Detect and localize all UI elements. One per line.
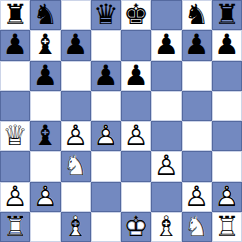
square-c5[interactable]	[61, 91, 91, 121]
white-piece-outline: ♙	[61, 121, 91, 151]
square-d5[interactable]	[91, 91, 121, 121]
white-piece-outline: ♘	[182, 212, 212, 242]
square-c6[interactable]	[61, 61, 91, 91]
square-c1[interactable]: ♝♗	[61, 212, 91, 242]
square-b1[interactable]	[30, 212, 60, 242]
square-b3[interactable]	[30, 151, 60, 181]
square-e6[interactable]: ♟	[121, 61, 151, 91]
piece-black-pawn: ♟	[61, 30, 91, 60]
piece-black-rook: ♜	[0, 0, 30, 30]
piece-black-pawn: ♟	[30, 61, 60, 91]
square-d1[interactable]	[91, 212, 121, 242]
square-e5[interactable]	[121, 91, 151, 121]
square-g6[interactable]	[182, 61, 212, 91]
square-d8[interactable]: ♛	[91, 0, 121, 30]
white-piece-outline: ♗	[61, 212, 91, 242]
piece-black-pawn: ♟	[121, 61, 151, 91]
white-piece-outline: ♖	[212, 212, 242, 242]
square-h2[interactable]: ♟♙	[212, 182, 242, 212]
white-piece-outline: ♕	[0, 121, 30, 151]
square-a2[interactable]: ♟♙	[0, 182, 30, 212]
square-d7[interactable]	[91, 30, 121, 60]
piece-white-pawn: ♟♙	[91, 121, 121, 151]
piece-black-king: ♚	[121, 0, 151, 30]
square-c4[interactable]: ♟♙	[61, 121, 91, 151]
piece-white-queen: ♛♕	[0, 121, 30, 151]
square-b8[interactable]: ♞	[30, 0, 60, 30]
square-d2[interactable]	[91, 182, 121, 212]
piece-black-knight: ♞	[182, 0, 212, 30]
square-c2[interactable]	[61, 182, 91, 212]
black-piece-glyph: ♟	[121, 61, 151, 91]
piece-white-knight: ♞♘	[182, 212, 212, 242]
square-b7[interactable]: ♝	[30, 30, 60, 60]
square-c8[interactable]	[61, 0, 91, 30]
square-g8[interactable]: ♞	[182, 0, 212, 30]
square-a4[interactable]: ♛♕	[0, 121, 30, 151]
square-e2[interactable]	[121, 182, 151, 212]
square-g3[interactable]	[182, 151, 212, 181]
square-d6[interactable]: ♟	[91, 61, 121, 91]
black-piece-glyph: ♟	[91, 61, 121, 91]
square-h3[interactable]	[212, 151, 242, 181]
square-h5[interactable]	[212, 91, 242, 121]
square-b5[interactable]	[30, 91, 60, 121]
black-piece-glyph: ♚	[121, 0, 151, 30]
piece-white-rook: ♜♖	[212, 212, 242, 242]
piece-white-pawn: ♟♙	[151, 151, 181, 181]
piece-white-king: ♚♔	[121, 212, 151, 242]
square-g1[interactable]: ♞♘	[182, 212, 212, 242]
black-piece-glyph: ♝	[30, 121, 60, 151]
square-f5[interactable]	[151, 91, 181, 121]
piece-black-queen: ♛	[91, 0, 121, 30]
square-g2[interactable]: ♟♙	[182, 182, 212, 212]
square-f1[interactable]: ♝♗	[151, 212, 181, 242]
white-piece-outline: ♙	[121, 121, 151, 151]
black-piece-glyph: ♟	[0, 30, 30, 60]
square-c3[interactable]: ♞♘	[61, 151, 91, 181]
white-piece-outline: ♙	[91, 121, 121, 151]
white-piece-outline: ♙	[151, 151, 181, 181]
piece-white-pawn: ♟♙	[121, 121, 151, 151]
square-h4[interactable]	[212, 121, 242, 151]
white-piece-outline: ♙	[0, 182, 30, 212]
square-f7[interactable]: ♟	[151, 30, 181, 60]
piece-white-pawn: ♟♙	[182, 182, 212, 212]
black-piece-glyph: ♟	[212, 30, 242, 60]
black-piece-glyph: ♟	[30, 61, 60, 91]
white-piece-outline: ♘	[61, 151, 91, 181]
black-piece-glyph: ♜	[0, 0, 30, 30]
white-piece-outline: ♙	[30, 182, 60, 212]
black-piece-glyph: ♝	[30, 30, 60, 60]
square-b4[interactable]: ♝	[30, 121, 60, 151]
piece-white-bishop: ♝♗	[151, 212, 181, 242]
square-b6[interactable]: ♟	[30, 61, 60, 91]
black-piece-glyph: ♞	[182, 0, 212, 30]
black-piece-glyph: ♟	[61, 30, 91, 60]
square-a8[interactable]: ♜	[0, 0, 30, 30]
black-piece-glyph: ♜	[212, 0, 242, 30]
black-piece-glyph: ♟	[182, 30, 212, 60]
square-h8[interactable]: ♜	[212, 0, 242, 30]
piece-white-rook: ♜♖	[0, 212, 30, 242]
square-g5[interactable]	[182, 91, 212, 121]
square-a5[interactable]	[0, 91, 30, 121]
square-h6[interactable]	[212, 61, 242, 91]
square-e4[interactable]: ♟♙	[121, 121, 151, 151]
white-piece-outline: ♙	[182, 182, 212, 212]
square-a6[interactable]	[0, 61, 30, 91]
piece-black-pawn: ♟	[151, 30, 181, 60]
square-f2[interactable]	[151, 182, 181, 212]
piece-black-rook: ♜	[212, 0, 242, 30]
piece-black-pawn: ♟	[0, 30, 30, 60]
square-d4[interactable]: ♟♙	[91, 121, 121, 151]
square-f4[interactable]	[151, 121, 181, 151]
piece-black-pawn: ♟	[182, 30, 212, 60]
black-piece-glyph: ♞	[30, 0, 60, 30]
piece-white-pawn: ♟♙	[61, 121, 91, 151]
square-h1[interactable]: ♜♖	[212, 212, 242, 242]
square-e3[interactable]	[121, 151, 151, 181]
square-c7[interactable]: ♟	[61, 30, 91, 60]
square-g7[interactable]: ♟	[182, 30, 212, 60]
white-piece-outline: ♖	[0, 212, 30, 242]
square-f3[interactable]: ♟♙	[151, 151, 181, 181]
piece-white-knight: ♞♘	[61, 151, 91, 181]
piece-black-knight: ♞	[30, 0, 60, 30]
black-piece-glyph: ♟	[151, 30, 181, 60]
square-e8[interactable]: ♚	[121, 0, 151, 30]
white-piece-outline: ♙	[212, 182, 242, 212]
square-f6[interactable]	[151, 61, 181, 91]
square-e7[interactable]	[121, 30, 151, 60]
square-a7[interactable]: ♟	[0, 30, 30, 60]
chess-board: ♜♞♛♚♞♜♟♝♟♟♟♟♟♟♟♛♕♝♟♙♟♙♟♙♞♘♟♙♟♙♟♙♟♙♟♙♜♖♝♗…	[0, 0, 242, 242]
square-a1[interactable]: ♜♖	[0, 212, 30, 242]
square-b2[interactable]: ♟♙	[30, 182, 60, 212]
piece-black-bishop: ♝	[30, 30, 60, 60]
square-d3[interactable]	[91, 151, 121, 181]
square-h7[interactable]: ♟	[212, 30, 242, 60]
piece-white-pawn: ♟♙	[30, 182, 60, 212]
piece-white-pawn: ♟♙	[212, 182, 242, 212]
black-piece-glyph: ♛	[91, 0, 121, 30]
piece-white-pawn: ♟♙	[0, 182, 30, 212]
white-piece-outline: ♔	[121, 212, 151, 242]
piece-white-bishop: ♝♗	[61, 212, 91, 242]
square-g4[interactable]	[182, 121, 212, 151]
piece-black-pawn: ♟	[91, 61, 121, 91]
square-a3[interactable]	[0, 151, 30, 181]
piece-black-pawn: ♟	[212, 30, 242, 60]
square-e1[interactable]: ♚♔	[121, 212, 151, 242]
piece-black-bishop: ♝	[30, 121, 60, 151]
square-f8[interactable]	[151, 0, 181, 30]
white-piece-outline: ♗	[151, 212, 181, 242]
